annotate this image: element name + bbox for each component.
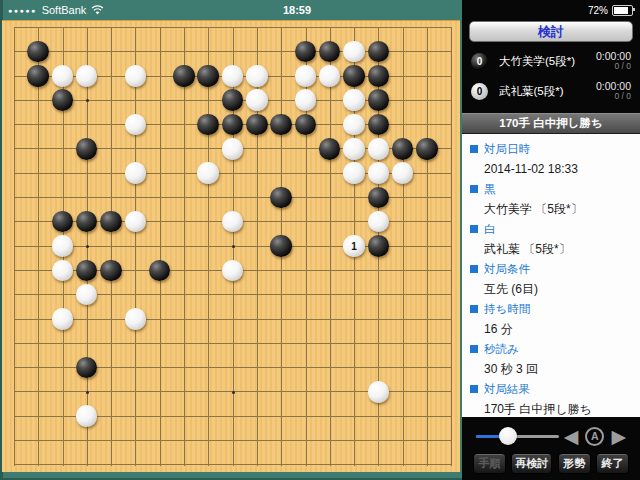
stone-white[interactable] xyxy=(295,89,317,111)
stone-white[interactable] xyxy=(246,65,268,87)
game-result-bar: 170手 白中押し勝ち xyxy=(462,113,640,134)
stone-black[interactable] xyxy=(295,41,317,63)
bullet-icon xyxy=(470,385,478,393)
stone-black[interactable] xyxy=(100,211,122,233)
stone-black[interactable] xyxy=(270,235,292,257)
auto-play-button[interactable]: A xyxy=(585,427,604,446)
info-value: 16 分 xyxy=(470,319,632,339)
stone-white[interactable] xyxy=(125,211,147,233)
capture-count-white-stone: 0 xyxy=(471,83,488,100)
stone-white[interactable] xyxy=(343,114,365,136)
player-clock: 0:00:000 / 0 xyxy=(596,50,631,72)
stone-black[interactable] xyxy=(52,89,74,111)
slider-thumb[interactable] xyxy=(499,427,517,445)
playback-controls: ◀ A ▶ 手順再検討形勢終了 xyxy=(462,417,640,480)
stone-black[interactable] xyxy=(222,89,244,111)
stone-white[interactable] xyxy=(76,65,98,87)
move-slider[interactable] xyxy=(476,435,559,438)
stone-white[interactable] xyxy=(343,41,365,63)
stone-black[interactable] xyxy=(368,235,390,257)
stone-black[interactable] xyxy=(368,114,390,136)
action-button-再検討[interactable]: 再検討 xyxy=(511,453,552,474)
bullet-icon xyxy=(470,145,478,153)
go-board[interactable]: 1 xyxy=(2,20,460,472)
stone-black[interactable] xyxy=(222,114,244,136)
nav-buttons: ◀ A ▶ xyxy=(564,427,626,446)
info-value: 大竹美学 〔5段*〕 xyxy=(470,199,632,219)
player-name: 大竹美学(5段*) xyxy=(499,54,596,69)
app-screen: ●●●●● SoftBank 18:59 1 72% 検討 xyxy=(0,0,640,480)
bullet-icon xyxy=(470,305,478,313)
carrier-label: SoftBank xyxy=(42,4,87,16)
action-buttons: 手順再検討形勢終了 xyxy=(462,453,640,474)
stone-white[interactable] xyxy=(246,89,268,111)
info-label: 白 xyxy=(470,219,632,239)
stone-white[interactable] xyxy=(343,89,365,111)
action-button-終了[interactable]: 終了 xyxy=(596,453,629,474)
game-info-list: 対局日時2014-11-02 18:33黒大竹美学 〔5段*〕白武礼葉 〔5段*… xyxy=(462,134,640,417)
battery-icon xyxy=(612,5,633,16)
stone-black[interactable] xyxy=(392,138,414,160)
info-label: 対局条件 xyxy=(470,259,632,279)
stones-layer: 1 xyxy=(2,15,464,477)
player-name: 武礼葉(5段*) xyxy=(499,84,596,99)
stone-white[interactable]: 1 xyxy=(343,235,365,257)
info-label: 黒 xyxy=(470,179,632,199)
stone-white[interactable] xyxy=(125,65,147,87)
stone-black[interactable] xyxy=(76,357,98,379)
info-value: 武礼葉 〔5段*〕 xyxy=(470,239,632,259)
stone-white[interactable] xyxy=(392,162,414,184)
action-button-形勢[interactable]: 形勢 xyxy=(558,453,591,474)
status-bar-right: 72% xyxy=(462,0,640,20)
stone-black[interactable] xyxy=(76,211,98,233)
stone-white[interactable] xyxy=(125,114,147,136)
player-clock: 0:00:000 / 0 xyxy=(596,80,631,102)
stone-black[interactable] xyxy=(368,65,390,87)
info-value: 30 秒 3 回 xyxy=(470,359,632,379)
stone-black[interactable] xyxy=(76,138,98,160)
stone-black[interactable] xyxy=(319,138,341,160)
stone-white[interactable] xyxy=(319,65,341,87)
bullet-icon xyxy=(470,265,478,273)
info-label: 持ち時間 xyxy=(470,299,632,319)
stone-white[interactable] xyxy=(222,260,244,282)
bullet-icon xyxy=(470,345,478,353)
stone-black[interactable] xyxy=(197,65,219,87)
stone-black[interactable] xyxy=(197,114,219,136)
stone-black[interactable] xyxy=(52,211,74,233)
player-row-black: 0大竹美学(5段*)0:00:000 / 0 xyxy=(462,46,640,76)
prev-move-button[interactable]: ◀ xyxy=(564,427,579,446)
action-button-手順[interactable]: 手順 xyxy=(473,453,506,474)
stone-white[interactable] xyxy=(222,138,244,160)
move-slider-row: ◀ A ▶ xyxy=(462,421,640,451)
stone-black[interactable] xyxy=(319,41,341,63)
stone-white[interactable] xyxy=(76,284,98,306)
review-panel: 72% 検討 0大竹美学(5段*)0:00:000 / 00武礼葉(5段*)0:… xyxy=(462,0,640,480)
stone-black[interactable] xyxy=(295,114,317,136)
player-clocks: 0大竹美学(5段*)0:00:000 / 00武礼葉(5段*)0:00:000 … xyxy=(462,46,640,106)
stone-white[interactable] xyxy=(197,162,219,184)
stone-white[interactable] xyxy=(222,65,244,87)
stone-black[interactable] xyxy=(246,114,268,136)
stone-black[interactable] xyxy=(76,260,98,282)
stone-black[interactable] xyxy=(368,89,390,111)
stone-white[interactable] xyxy=(222,211,244,233)
stone-black[interactable] xyxy=(149,260,171,282)
info-value: 互先 (6目) xyxy=(470,279,632,299)
stone-white[interactable] xyxy=(125,308,147,330)
stone-black[interactable] xyxy=(100,260,122,282)
stone-black[interactable] xyxy=(368,41,390,63)
stone-black[interactable] xyxy=(270,187,292,209)
info-label: 対局日時 xyxy=(470,139,632,159)
battery-percent-label: 72% xyxy=(588,5,608,16)
bullet-icon xyxy=(470,185,478,193)
stone-white[interactable] xyxy=(125,162,147,184)
stone-black[interactable] xyxy=(343,65,365,87)
stone-white[interactable] xyxy=(368,211,390,233)
info-value: 170手 白中押し勝ち xyxy=(470,399,632,417)
board-region: ●●●●● SoftBank 18:59 1 xyxy=(0,0,462,480)
stone-white[interactable] xyxy=(368,138,390,160)
stone-white[interactable] xyxy=(52,235,74,257)
player-row-white: 0武礼葉(5段*)0:00:000 / 0 xyxy=(462,76,640,106)
stone-white[interactable] xyxy=(343,138,365,160)
info-value: 2014-11-02 18:33 xyxy=(470,159,632,179)
stone-black[interactable] xyxy=(270,114,292,136)
stone-white[interactable] xyxy=(52,65,74,87)
capture-count-black-stone: 0 xyxy=(471,53,488,70)
bullet-icon xyxy=(470,225,478,233)
stone-white[interactable] xyxy=(368,381,390,403)
stone-black[interactable] xyxy=(27,65,49,87)
stone-white[interactable] xyxy=(76,405,98,427)
stone-white[interactable] xyxy=(343,162,365,184)
info-label: 対局結果 xyxy=(470,379,632,399)
stone-black[interactable] xyxy=(416,138,438,160)
stone-white[interactable] xyxy=(368,162,390,184)
stone-black[interactable] xyxy=(368,187,390,209)
stone-white[interactable] xyxy=(52,308,74,330)
next-move-button[interactable]: ▶ xyxy=(611,427,626,446)
signal-strength-icon: ●●●●● xyxy=(8,7,37,14)
stone-white[interactable] xyxy=(52,260,74,282)
info-label: 秒読み xyxy=(470,339,632,359)
stone-black[interactable] xyxy=(27,41,49,63)
review-mode-button[interactable]: 検討 xyxy=(469,21,633,42)
stone-black[interactable] xyxy=(173,65,195,87)
stone-white[interactable] xyxy=(295,65,317,87)
